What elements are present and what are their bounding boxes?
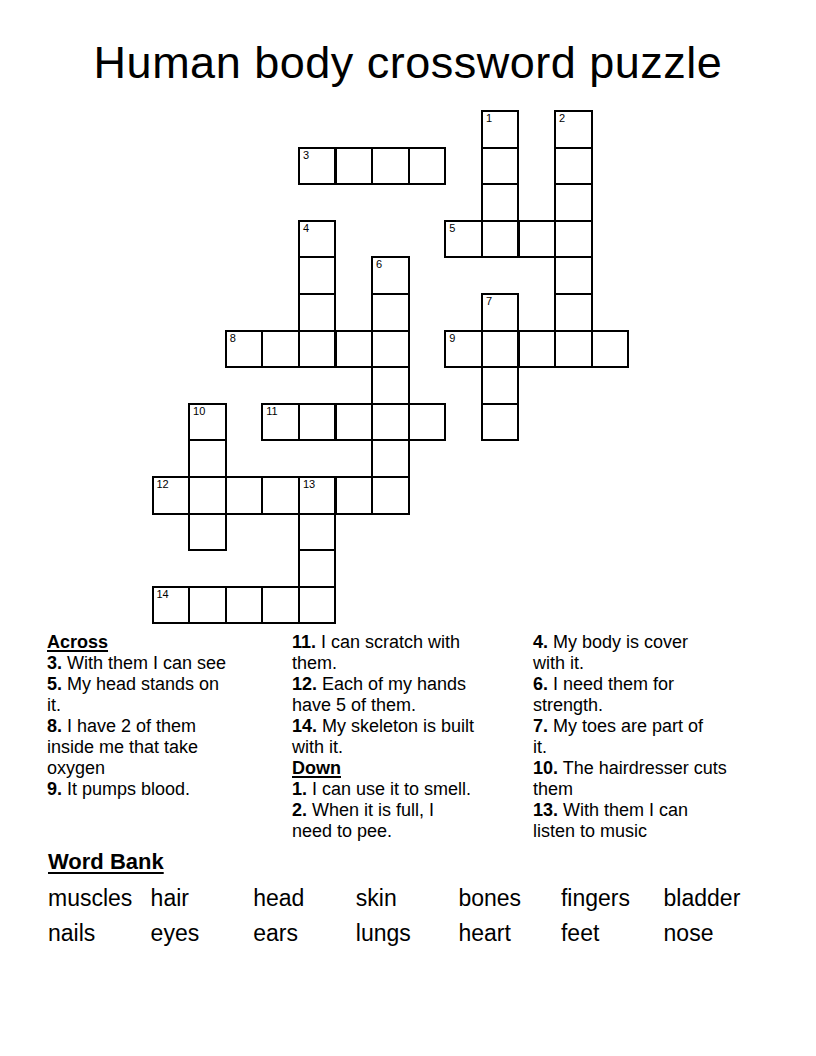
grid-cell-r1c9[interactable] bbox=[481, 147, 520, 186]
word-bank-word-bones: bones bbox=[458, 885, 561, 912]
grid-cell-r3c11[interactable] bbox=[554, 220, 593, 259]
grid-cell-r2c9[interactable] bbox=[481, 183, 520, 222]
grid-cell-r10c4[interactable]: 13 bbox=[298, 476, 337, 515]
cell-number: 4 bbox=[303, 223, 309, 234]
clue-line: 6. I need them for bbox=[533, 674, 778, 695]
clue-line: 3. With them I can see bbox=[47, 653, 292, 674]
clue-number-label: 7. bbox=[533, 716, 548, 736]
clue-line: oxygen bbox=[47, 758, 292, 779]
grid-cell-r5c4[interactable] bbox=[298, 293, 337, 332]
clue-line: it. bbox=[47, 695, 292, 716]
word-bank-word-nails: nails bbox=[48, 920, 151, 947]
clue-section-heading-down: Down bbox=[292, 758, 537, 779]
cell-number: 5 bbox=[449, 223, 455, 234]
grid-cell-r1c5[interactable] bbox=[335, 147, 374, 186]
grid-cell-r6c8[interactable]: 9 bbox=[444, 330, 483, 369]
grid-cell-r3c4[interactable]: 4 bbox=[298, 220, 337, 259]
grid-cell-r10c6[interactable] bbox=[371, 476, 410, 515]
grid-cell-r10c0[interactable]: 12 bbox=[152, 476, 191, 515]
word-bank-word-heart: heart bbox=[458, 920, 561, 947]
grid-cell-r5c11[interactable] bbox=[554, 293, 593, 332]
grid-cell-r11c4[interactable] bbox=[298, 513, 337, 552]
cell-number: 9 bbox=[449, 333, 455, 344]
cell-number: 7 bbox=[486, 296, 492, 307]
clue-number-label: 6. bbox=[533, 674, 548, 694]
grid-cell-r3c10[interactable] bbox=[518, 220, 557, 259]
clue-line: them. bbox=[292, 653, 537, 674]
grid-cell-r1c11[interactable] bbox=[554, 147, 593, 186]
grid-cell-r8c3[interactable]: 11 bbox=[261, 403, 300, 442]
grid-cell-r9c6[interactable] bbox=[371, 439, 410, 478]
word-bank-word-head: head bbox=[253, 885, 356, 912]
clue-number-label: 3. bbox=[47, 653, 62, 673]
word-bank-word-feet: feet bbox=[561, 920, 664, 947]
grid-cell-r5c9[interactable]: 7 bbox=[481, 293, 520, 332]
grid-cell-r13c3[interactable] bbox=[261, 586, 300, 625]
grid-cell-r6c10[interactable] bbox=[518, 330, 557, 369]
cell-number: 13 bbox=[303, 479, 315, 490]
grid-cell-r8c4[interactable] bbox=[298, 403, 337, 442]
grid-cell-r4c4[interactable] bbox=[298, 256, 337, 295]
grid-cell-r5c6[interactable] bbox=[371, 293, 410, 332]
grid-cell-r13c0[interactable]: 14 bbox=[152, 586, 191, 625]
clue-line: them bbox=[533, 779, 778, 800]
clue-number-label: 8. bbox=[47, 716, 62, 736]
grid-cell-r6c11[interactable] bbox=[554, 330, 593, 369]
clue-line: need to pee. bbox=[292, 821, 537, 842]
cell-number: 3 bbox=[303, 150, 309, 161]
clue-line: it. bbox=[533, 737, 778, 758]
grid-cell-r10c5[interactable] bbox=[335, 476, 374, 515]
word-bank-word-bladder: bladder bbox=[664, 885, 767, 912]
clue-line: 9. It pumps blood. bbox=[47, 779, 292, 800]
cell-number: 11 bbox=[266, 406, 277, 417]
clue-line: 2. When it is full, I bbox=[292, 800, 537, 821]
grid-cell-r4c11[interactable] bbox=[554, 256, 593, 295]
grid-cell-r10c1[interactable] bbox=[188, 476, 227, 515]
grid-cell-r8c1[interactable]: 10 bbox=[188, 403, 227, 442]
grid-cell-r13c1[interactable] bbox=[188, 586, 227, 625]
grid-cell-r1c7[interactable] bbox=[408, 147, 447, 186]
cell-number: 8 bbox=[230, 333, 236, 344]
word-bank-word-lungs: lungs bbox=[356, 920, 459, 947]
grid-cell-r9c1[interactable] bbox=[188, 439, 227, 478]
clue-number-label: 10. bbox=[533, 758, 558, 778]
clue-column-2: 11. I can scratch withthem.12. Each of m… bbox=[292, 632, 537, 842]
clue-line: 7. My toes are part of bbox=[533, 716, 778, 737]
word-bank-word-muscles: muscles bbox=[48, 885, 151, 912]
grid-cell-r10c2[interactable] bbox=[225, 476, 264, 515]
grid-cell-r4c6[interactable]: 6 bbox=[371, 256, 410, 295]
grid-cell-r6c6[interactable] bbox=[371, 330, 410, 369]
cell-number: 1 bbox=[486, 113, 492, 124]
clue-line: 4. My body is cover bbox=[533, 632, 778, 653]
grid-cell-r0c11[interactable]: 2 bbox=[554, 110, 593, 149]
clue-number-label: 9. bbox=[47, 779, 62, 799]
grid-cell-r13c4[interactable] bbox=[298, 586, 337, 625]
grid-cell-r8c7[interactable] bbox=[408, 403, 447, 442]
grid-cell-r3c9[interactable] bbox=[481, 220, 520, 259]
grid-cell-r1c6[interactable] bbox=[371, 147, 410, 186]
clue-number-label: 1. bbox=[292, 779, 307, 799]
clue-number-label: 12. bbox=[292, 674, 317, 694]
word-bank-word-ears: ears bbox=[253, 920, 356, 947]
clue-line: 13. With them I can bbox=[533, 800, 778, 821]
clue-number-label: 4. bbox=[533, 632, 548, 652]
clue-number-label: 11. bbox=[292, 632, 316, 652]
crossword-grid: 1234567891011121314 bbox=[152, 110, 631, 626]
grid-cell-r1c4[interactable]: 3 bbox=[298, 147, 337, 186]
cell-number: 12 bbox=[157, 479, 169, 490]
grid-cell-r8c6[interactable] bbox=[371, 403, 410, 442]
clue-line: 1. I can use it to smell. bbox=[292, 779, 537, 800]
clue-line: 11. I can scratch with bbox=[292, 632, 537, 653]
clue-number-label: 14. bbox=[292, 716, 317, 736]
word-bank-word-eyes: eyes bbox=[151, 920, 254, 947]
word-bank-word-skin: skin bbox=[356, 885, 459, 912]
grid-cell-r7c9[interactable] bbox=[481, 366, 520, 405]
grid-cell-r6c9[interactable] bbox=[481, 330, 520, 369]
word-bank-list: muscleshairheadskinbonesfingersbladderna… bbox=[48, 881, 766, 951]
clue-line: 10. The hairdresser cuts bbox=[533, 758, 778, 779]
grid-cell-r6c4[interactable] bbox=[298, 330, 337, 369]
clue-section-heading-across: Across bbox=[47, 632, 292, 653]
grid-cell-r12c4[interactable] bbox=[298, 549, 337, 588]
clue-line: listen to music bbox=[533, 821, 778, 842]
cell-number: 6 bbox=[376, 259, 382, 270]
word-bank-heading: Word Bank bbox=[48, 849, 164, 875]
grid-cell-r8c5[interactable] bbox=[335, 403, 374, 442]
clue-line: 8. I have 2 of them bbox=[47, 716, 292, 737]
grid-cell-r0c9[interactable]: 1 bbox=[481, 110, 520, 149]
grid-cell-r6c3[interactable] bbox=[261, 330, 300, 369]
clue-line: inside me that take bbox=[47, 737, 292, 758]
clue-number-label: 5. bbox=[47, 674, 62, 694]
grid-cell-r8c9[interactable] bbox=[481, 403, 520, 442]
grid-cell-r6c5[interactable] bbox=[335, 330, 374, 369]
word-bank-word-nose: nose bbox=[664, 920, 767, 947]
clue-line: 12. Each of my hands bbox=[292, 674, 537, 695]
grid-cell-r6c12[interactable] bbox=[591, 330, 630, 369]
clue-line: with it. bbox=[533, 653, 778, 674]
grid-cell-r7c6[interactable] bbox=[371, 366, 410, 405]
grid-cell-r11c1[interactable] bbox=[188, 513, 227, 552]
grid-cell-r13c2[interactable] bbox=[225, 586, 264, 625]
grid-cell-r3c8[interactable]: 5 bbox=[444, 220, 483, 259]
word-bank-word-hair: hair bbox=[151, 885, 254, 912]
cell-number: 14 bbox=[157, 589, 169, 600]
clue-column-3: 4. My body is coverwith it.6. I need the… bbox=[533, 632, 778, 842]
clue-line: 5. My head stands on bbox=[47, 674, 292, 695]
grid-cell-r10c3[interactable] bbox=[261, 476, 300, 515]
clue-line: with it. bbox=[292, 737, 537, 758]
clue-line: have 5 of them. bbox=[292, 695, 537, 716]
grid-cell-r6c2[interactable]: 8 bbox=[225, 330, 264, 369]
clue-number-label: 2. bbox=[292, 800, 307, 820]
grid-cell-r2c11[interactable] bbox=[554, 183, 593, 222]
clue-column-1: Across3. With them I can see5. My head s… bbox=[47, 632, 292, 800]
cell-number: 10 bbox=[193, 406, 205, 417]
worksheet-page: Human body crossword puzzle 123456789101… bbox=[0, 0, 816, 1056]
page-title: Human body crossword puzzle bbox=[0, 36, 816, 90]
word-bank-word-fingers: fingers bbox=[561, 885, 664, 912]
clue-line: 14. My skeleton is built bbox=[292, 716, 537, 737]
clue-number-label: 13. bbox=[533, 800, 558, 820]
cell-number: 2 bbox=[559, 113, 565, 124]
clue-line: strength. bbox=[533, 695, 778, 716]
